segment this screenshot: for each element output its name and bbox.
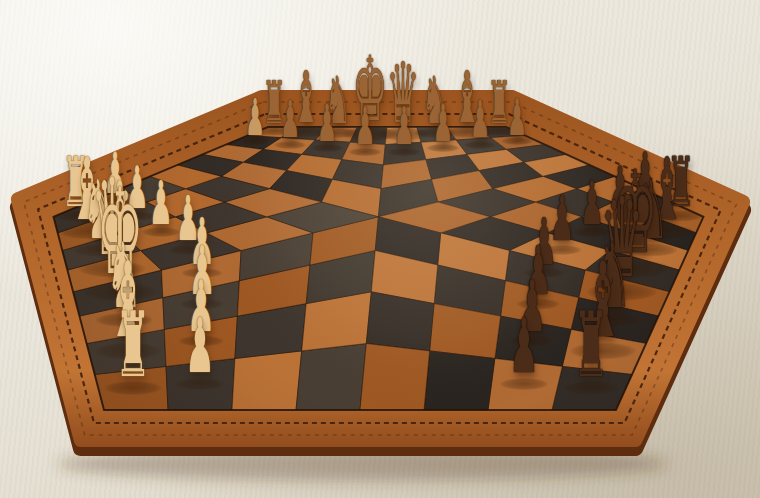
tan-pawn[interactable]: ♟ [394, 100, 415, 152]
table-surface: ♜♜♝♝♞♞♚♛♟♟♟♟♟♟♟♟♟♟♟♜♜♟♟♝♝♟♟♞♞♟♛♚♟♟♚♛♟♟♞♞… [0, 0, 760, 498]
tan-pawn[interactable]: ♟ [280, 94, 300, 145]
dark-pawn[interactable]: ♟ [509, 309, 539, 385]
white-pawn[interactable]: ♟ [150, 173, 174, 233]
tan-pawn[interactable]: ♟ [245, 91, 265, 142]
white-rook[interactable]: ♜ [115, 299, 151, 389]
dark-rook[interactable]: ♜ [573, 299, 609, 389]
white-pawn[interactable]: ♟ [185, 309, 215, 385]
tan-pawn[interactable]: ♟ [317, 97, 337, 149]
tan-pawn[interactable]: ♟ [432, 97, 452, 149]
tan-pawn[interactable]: ♟ [470, 94, 490, 145]
tan-pawn[interactable]: ♟ [507, 91, 527, 142]
tan-pawn[interactable]: ♟ [355, 100, 376, 152]
